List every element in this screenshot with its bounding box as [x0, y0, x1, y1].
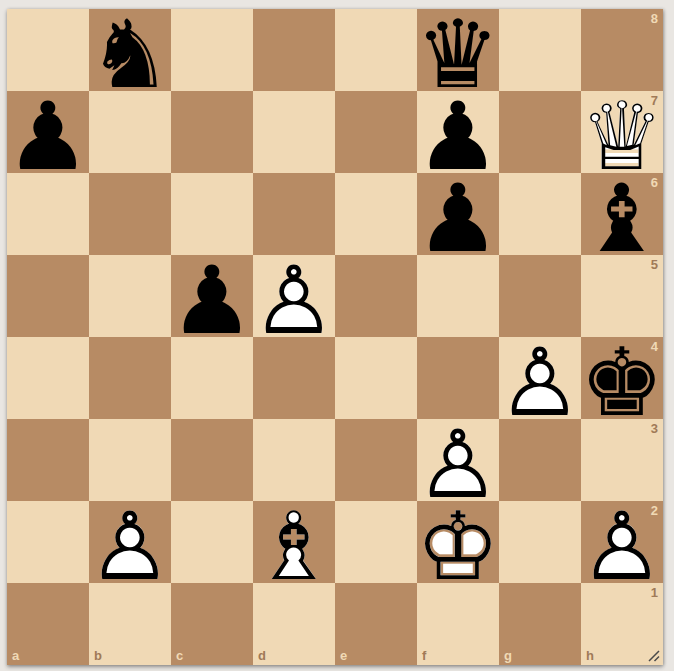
- square-b2[interactable]: ♟♙: [89, 501, 171, 583]
- piece-glyph-outline: ♙: [89, 506, 171, 588]
- piece-white-bishop[interactable]: ♝♗: [253, 506, 335, 588]
- square-a3[interactable]: [7, 419, 89, 501]
- rank-label-2: 2: [651, 503, 658, 518]
- square-f7[interactable]: ♟: [417, 91, 499, 173]
- piece-black-king[interactable]: ♚: [581, 342, 663, 424]
- square-d2[interactable]: ♝♗: [253, 501, 335, 583]
- file-label-e: e: [340, 648, 347, 663]
- square-e2[interactable]: [335, 501, 417, 583]
- file-label-c: c: [176, 648, 183, 663]
- square-g1[interactable]: g: [499, 583, 581, 665]
- square-g5[interactable]: [499, 255, 581, 337]
- piece-glyph: ♞: [89, 14, 171, 96]
- rank-label-1: 1: [651, 585, 658, 600]
- file-label-d: d: [258, 648, 266, 663]
- piece-black-pawn[interactable]: ♟: [171, 260, 253, 342]
- rank-label-5: 5: [651, 257, 658, 272]
- chess-board: ♞♛8♟♟♛♕7♟♝6♟♟♙5♟♙♚4♟♙3♟♙♝♗♚♔♟♙2abcdefg1h: [7, 9, 663, 665]
- square-d7[interactable]: [253, 91, 335, 173]
- piece-glyph: ♟: [417, 178, 499, 260]
- piece-glyph: ♟: [7, 96, 89, 178]
- piece-glyph-outline: ♙: [253, 260, 335, 342]
- square-d3[interactable]: [253, 419, 335, 501]
- piece-glyph: ♝: [581, 178, 663, 260]
- square-h7[interactable]: ♛♕7: [581, 91, 663, 173]
- rank-label-4: 4: [651, 339, 658, 354]
- square-c4[interactable]: [171, 337, 253, 419]
- piece-black-pawn[interactable]: ♟: [417, 178, 499, 260]
- piece-white-king[interactable]: ♚♔: [417, 506, 499, 588]
- square-d5[interactable]: ♟♙: [253, 255, 335, 337]
- board-resize-handle-icon[interactable]: [646, 648, 661, 663]
- square-g4[interactable]: ♟♙: [499, 337, 581, 419]
- square-b3[interactable]: [89, 419, 171, 501]
- square-d1[interactable]: d: [253, 583, 335, 665]
- piece-glyph-outline: ♙: [581, 506, 663, 588]
- square-f2[interactable]: ♚♔: [417, 501, 499, 583]
- rank-label-3: 3: [651, 421, 658, 436]
- square-h5[interactable]: 5: [581, 255, 663, 337]
- piece-white-pawn[interactable]: ♟♙: [499, 342, 581, 424]
- square-f6[interactable]: ♟: [417, 173, 499, 255]
- square-c7[interactable]: [171, 91, 253, 173]
- square-g7[interactable]: [499, 91, 581, 173]
- square-a5[interactable]: [7, 255, 89, 337]
- square-f4[interactable]: [417, 337, 499, 419]
- piece-white-pawn[interactable]: ♟♙: [253, 260, 335, 342]
- piece-white-pawn[interactable]: ♟♙: [89, 506, 171, 588]
- square-a7[interactable]: ♟: [7, 91, 89, 173]
- square-h8[interactable]: 8: [581, 9, 663, 91]
- square-a4[interactable]: [7, 337, 89, 419]
- piece-glyph: ♟: [171, 260, 253, 342]
- square-f8[interactable]: ♛: [417, 9, 499, 91]
- square-c8[interactable]: [171, 9, 253, 91]
- file-label-a: a: [12, 648, 19, 663]
- square-h4[interactable]: ♚4: [581, 337, 663, 419]
- square-c6[interactable]: [171, 173, 253, 255]
- square-c1[interactable]: c: [171, 583, 253, 665]
- piece-glyph: ♚: [581, 342, 663, 424]
- square-e5[interactable]: [335, 255, 417, 337]
- square-g2[interactable]: [499, 501, 581, 583]
- square-e6[interactable]: [335, 173, 417, 255]
- rank-label-8: 8: [651, 11, 658, 26]
- square-c2[interactable]: [171, 501, 253, 583]
- piece-glyph-outline: ♙: [499, 342, 581, 424]
- square-f3[interactable]: ♟♙: [417, 419, 499, 501]
- square-d8[interactable]: [253, 9, 335, 91]
- piece-black-knight[interactable]: ♞: [89, 14, 171, 96]
- square-h2[interactable]: ♟♙2: [581, 501, 663, 583]
- piece-glyph-outline: ♗: [253, 506, 335, 588]
- square-a6[interactable]: [7, 173, 89, 255]
- rank-label-7: 7: [651, 93, 658, 108]
- square-a1[interactable]: a: [7, 583, 89, 665]
- square-e4[interactable]: [335, 337, 417, 419]
- square-b5[interactable]: [89, 255, 171, 337]
- square-h3[interactable]: 3: [581, 419, 663, 501]
- square-e8[interactable]: [335, 9, 417, 91]
- square-h1[interactable]: 1h: [581, 583, 663, 665]
- file-label-h: h: [586, 648, 594, 663]
- piece-black-bishop[interactable]: ♝: [581, 178, 663, 260]
- square-b1[interactable]: b: [89, 583, 171, 665]
- square-d6[interactable]: [253, 173, 335, 255]
- square-e1[interactable]: e: [335, 583, 417, 665]
- square-b4[interactable]: [89, 337, 171, 419]
- file-label-f: f: [422, 648, 426, 663]
- square-d4[interactable]: [253, 337, 335, 419]
- file-label-b: b: [94, 648, 102, 663]
- square-h6[interactable]: ♝6: [581, 173, 663, 255]
- square-b8[interactable]: ♞: [89, 9, 171, 91]
- square-e3[interactable]: [335, 419, 417, 501]
- piece-black-pawn[interactable]: ♟: [7, 96, 89, 178]
- piece-white-pawn[interactable]: ♟♙: [581, 506, 663, 588]
- square-f1[interactable]: f: [417, 583, 499, 665]
- file-label-g: g: [504, 648, 512, 663]
- square-g8[interactable]: [499, 9, 581, 91]
- square-a8[interactable]: [7, 9, 89, 91]
- square-f5[interactable]: [417, 255, 499, 337]
- square-c3[interactable]: [171, 419, 253, 501]
- square-g3[interactable]: [499, 419, 581, 501]
- square-b7[interactable]: [89, 91, 171, 173]
- rank-label-6: 6: [651, 175, 658, 190]
- square-g6[interactable]: [499, 173, 581, 255]
- square-b6[interactable]: [89, 173, 171, 255]
- square-a2[interactable]: [7, 501, 89, 583]
- square-c5[interactable]: ♟: [171, 255, 253, 337]
- square-e7[interactable]: [335, 91, 417, 173]
- piece-glyph-outline: ♔: [417, 506, 499, 588]
